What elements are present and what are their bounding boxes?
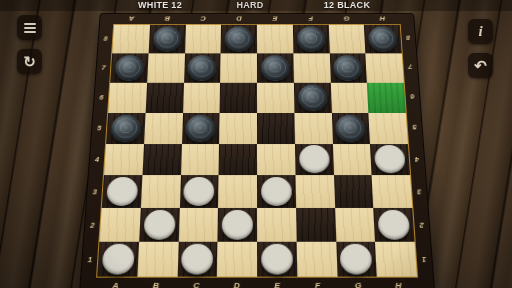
square-H7[interactable] bbox=[366, 53, 404, 82]
white-piece-E1[interactable] bbox=[261, 244, 293, 275]
info-icon: i bbox=[478, 24, 482, 39]
square-B8[interactable] bbox=[148, 25, 185, 54]
square-C5[interactable] bbox=[182, 113, 220, 144]
black-piece-D8[interactable] bbox=[225, 26, 254, 51]
white-piece-H2[interactable] bbox=[378, 210, 411, 240]
top-hud: WHITE 12 HARD 12 BLACK bbox=[0, 0, 512, 11]
board-grid bbox=[96, 24, 418, 278]
square-B5[interactable] bbox=[144, 113, 183, 144]
square-F8[interactable] bbox=[293, 25, 330, 54]
square-B4[interactable] bbox=[142, 144, 181, 176]
square-A4[interactable] bbox=[104, 144, 144, 176]
checkers-board: ABCDEFGH ABCDEFGH 87654321 87654321 bbox=[79, 13, 435, 288]
file-label-C: C bbox=[185, 14, 221, 24]
file-label-F: F bbox=[297, 278, 338, 288]
square-H5[interactable] bbox=[369, 113, 408, 144]
board-scene: ABCDEFGH ABCDEFGH 87654321 87654321 bbox=[90, 0, 422, 288]
file-label-B: B bbox=[135, 278, 176, 288]
file-label-A: A bbox=[95, 278, 136, 288]
square-D1[interactable] bbox=[217, 242, 257, 277]
square-H6[interactable] bbox=[367, 83, 406, 113]
square-D5[interactable] bbox=[219, 113, 257, 144]
rank-label-6: 6 bbox=[405, 82, 421, 112]
square-G8[interactable] bbox=[328, 25, 365, 54]
square-D6[interactable] bbox=[220, 83, 257, 113]
file-label-A: A bbox=[113, 14, 149, 24]
square-C8[interactable] bbox=[185, 25, 222, 54]
square-A7[interactable] bbox=[110, 53, 148, 82]
file-labels-bottom: ABCDEFGH bbox=[95, 278, 419, 288]
square-C1[interactable] bbox=[177, 242, 218, 277]
black-piece-E7[interactable] bbox=[261, 55, 290, 81]
black-score-label: 12 BLACK bbox=[324, 0, 370, 11]
square-H2[interactable] bbox=[373, 208, 414, 242]
square-E6[interactable] bbox=[257, 83, 294, 113]
white-piece-C3[interactable] bbox=[183, 177, 214, 206]
square-C6[interactable] bbox=[183, 83, 221, 113]
rank-label-2: 2 bbox=[413, 209, 430, 243]
rank-label-5: 5 bbox=[407, 112, 423, 143]
square-E7[interactable] bbox=[257, 53, 294, 82]
restart-button[interactable]: ↻ bbox=[17, 49, 42, 74]
square-H3[interactable] bbox=[372, 175, 412, 208]
square-F6[interactable] bbox=[294, 83, 332, 113]
square-F1[interactable] bbox=[296, 242, 337, 277]
square-F7[interactable] bbox=[293, 53, 330, 82]
square-A6[interactable] bbox=[108, 83, 147, 113]
square-E1[interactable] bbox=[257, 242, 297, 277]
square-H4[interactable] bbox=[370, 144, 410, 176]
square-B6[interactable] bbox=[145, 83, 183, 113]
rank-label-8: 8 bbox=[401, 24, 416, 53]
square-B1[interactable] bbox=[137, 242, 178, 277]
black-piece-F8[interactable] bbox=[296, 26, 325, 51]
square-B3[interactable] bbox=[141, 175, 181, 208]
file-label-B: B bbox=[149, 14, 185, 24]
square-E3[interactable] bbox=[257, 175, 296, 208]
white-piece-C1[interactable] bbox=[181, 244, 213, 275]
black-piece-G5[interactable] bbox=[335, 114, 366, 141]
black-piece-C5[interactable] bbox=[185, 114, 215, 141]
square-F4[interactable] bbox=[295, 144, 334, 176]
square-D8[interactable] bbox=[221, 25, 257, 54]
white-piece-G1[interactable] bbox=[340, 244, 373, 275]
black-piece-B8[interactable] bbox=[152, 26, 182, 51]
square-G1[interactable] bbox=[336, 242, 377, 277]
square-E4[interactable] bbox=[257, 144, 295, 176]
square-F2[interactable] bbox=[296, 208, 336, 242]
rank-label-7: 7 bbox=[403, 53, 419, 82]
file-label-E: E bbox=[257, 278, 298, 288]
file-label-H: H bbox=[364, 14, 400, 24]
white-piece-D2[interactable] bbox=[222, 210, 253, 240]
info-button[interactable]: i bbox=[468, 19, 493, 44]
square-D3[interactable] bbox=[218, 175, 257, 208]
file-label-H: H bbox=[378, 278, 419, 288]
square-D4[interactable] bbox=[219, 144, 257, 176]
menu-button[interactable] bbox=[17, 15, 42, 40]
file-label-D: D bbox=[217, 278, 258, 288]
black-piece-C7[interactable] bbox=[187, 55, 217, 81]
square-B7[interactable] bbox=[147, 53, 185, 82]
square-C4[interactable] bbox=[180, 144, 219, 176]
square-D2[interactable] bbox=[218, 208, 257, 242]
square-F5[interactable] bbox=[294, 113, 332, 144]
square-C3[interactable] bbox=[179, 175, 218, 208]
white-piece-F4[interactable] bbox=[299, 145, 330, 173]
square-H8[interactable] bbox=[364, 25, 402, 54]
square-G4[interactable] bbox=[332, 144, 371, 176]
file-label-G: G bbox=[338, 278, 379, 288]
square-G7[interactable] bbox=[329, 53, 367, 82]
square-E5[interactable] bbox=[257, 113, 295, 144]
square-E8[interactable] bbox=[257, 25, 293, 54]
difficulty-label: HARD bbox=[236, 0, 263, 11]
square-B2[interactable] bbox=[139, 208, 180, 242]
square-F3[interactable] bbox=[295, 175, 334, 208]
hamburger-icon bbox=[24, 23, 36, 25]
file-label-F: F bbox=[293, 14, 329, 24]
square-A5[interactable] bbox=[106, 113, 145, 144]
square-A1[interactable] bbox=[97, 242, 139, 277]
square-C7[interactable] bbox=[184, 53, 221, 82]
black-piece-F6[interactable] bbox=[297, 84, 327, 111]
file-label-D: D bbox=[221, 14, 257, 24]
white-piece-E3[interactable] bbox=[261, 177, 292, 206]
white-piece-A3[interactable] bbox=[106, 177, 138, 206]
white-piece-H4[interactable] bbox=[374, 145, 406, 173]
square-E2[interactable] bbox=[257, 208, 296, 242]
black-piece-A7[interactable] bbox=[114, 55, 144, 81]
file-label-G: G bbox=[328, 14, 364, 24]
square-A3[interactable] bbox=[102, 175, 142, 208]
black-piece-G7[interactable] bbox=[333, 55, 363, 81]
file-label-C: C bbox=[176, 278, 217, 288]
square-C2[interactable] bbox=[178, 208, 218, 242]
undo-icon: ↶ bbox=[474, 58, 487, 73]
black-piece-A5[interactable] bbox=[110, 114, 141, 141]
square-D7[interactable] bbox=[220, 53, 257, 82]
restart-icon: ↻ bbox=[23, 54, 36, 69]
square-G2[interactable] bbox=[335, 208, 376, 242]
white-score-label: WHITE 12 bbox=[138, 0, 182, 11]
square-G5[interactable] bbox=[331, 113, 370, 144]
white-piece-A1[interactable] bbox=[101, 244, 134, 275]
black-piece-H8[interactable] bbox=[368, 26, 398, 51]
rank-label-3: 3 bbox=[411, 176, 428, 209]
square-H1[interactable] bbox=[375, 242, 417, 277]
square-G6[interactable] bbox=[330, 83, 368, 113]
square-A2[interactable] bbox=[99, 208, 140, 242]
file-label-E: E bbox=[257, 14, 293, 24]
rank-label-4: 4 bbox=[409, 144, 425, 176]
undo-button[interactable]: ↶ bbox=[468, 53, 493, 78]
square-A8[interactable] bbox=[112, 25, 150, 54]
file-labels-top: ABCDEFGH bbox=[113, 14, 400, 24]
rank-label-1: 1 bbox=[416, 243, 433, 278]
white-piece-B2[interactable] bbox=[143, 210, 175, 240]
square-G3[interactable] bbox=[334, 175, 374, 208]
